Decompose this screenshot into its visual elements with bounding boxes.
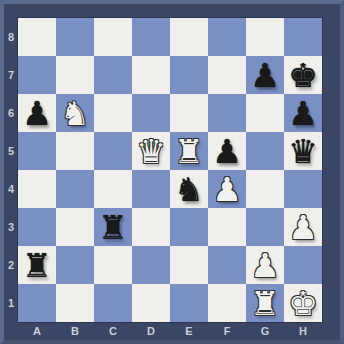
square-b5[interactable] xyxy=(56,132,94,170)
square-c5[interactable] xyxy=(94,132,132,170)
square-h1[interactable]: ♚ xyxy=(284,284,322,322)
piece-white-rook[interactable]: ♜ xyxy=(174,135,204,168)
square-b1[interactable] xyxy=(56,284,94,322)
square-g5[interactable] xyxy=(246,132,284,170)
piece-black-rook[interactable]: ♜ xyxy=(98,211,128,244)
piece-white-pawn[interactable]: ♟ xyxy=(250,249,280,282)
rank-label-8: 8 xyxy=(4,18,18,56)
file-label-f: F xyxy=(208,322,246,340)
square-b3[interactable] xyxy=(56,208,94,246)
rank-label-6: 6 xyxy=(4,94,18,132)
square-g1[interactable]: ♜ xyxy=(246,284,284,322)
square-e1[interactable] xyxy=(170,284,208,322)
rank-label-3: 3 xyxy=(4,208,18,246)
rank-label-4: 4 xyxy=(4,170,18,208)
square-g2[interactable]: ♟ xyxy=(246,246,284,284)
file-label-a: A xyxy=(18,322,56,340)
square-e5[interactable]: ♜ xyxy=(170,132,208,170)
file-labels: ABCDEFGH xyxy=(18,322,322,340)
square-d1[interactable] xyxy=(132,284,170,322)
piece-white-knight[interactable]: ♞ xyxy=(60,97,90,130)
square-d2[interactable] xyxy=(132,246,170,284)
square-a6[interactable]: ♟ xyxy=(18,94,56,132)
square-h2[interactable] xyxy=(284,246,322,284)
square-c6[interactable] xyxy=(94,94,132,132)
square-c7[interactable] xyxy=(94,56,132,94)
piece-black-rook[interactable]: ♜ xyxy=(22,249,52,282)
piece-black-knight[interactable]: ♞ xyxy=(174,173,204,206)
square-a8[interactable] xyxy=(18,18,56,56)
rank-label-1: 1 xyxy=(4,284,18,322)
piece-black-pawn[interactable]: ♟ xyxy=(288,97,318,130)
square-f5[interactable]: ♟ xyxy=(208,132,246,170)
square-c1[interactable] xyxy=(94,284,132,322)
square-h6[interactable]: ♟ xyxy=(284,94,322,132)
piece-white-rook[interactable]: ♜ xyxy=(250,287,280,320)
square-c3[interactable]: ♜ xyxy=(94,208,132,246)
square-d7[interactable] xyxy=(132,56,170,94)
square-e8[interactable] xyxy=(170,18,208,56)
square-a3[interactable] xyxy=(18,208,56,246)
square-e4[interactable]: ♞ xyxy=(170,170,208,208)
piece-black-pawn[interactable]: ♟ xyxy=(212,135,242,168)
square-f2[interactable] xyxy=(208,246,246,284)
file-label-c: C xyxy=(94,322,132,340)
square-d3[interactable] xyxy=(132,208,170,246)
file-label-h: H xyxy=(284,322,322,340)
square-f6[interactable] xyxy=(208,94,246,132)
chess-board-frame: 87654321 ♟♚♟♞♟♛♜♟♛♞♟♜♟♜♟♜♚ ABCDEFGH xyxy=(0,0,344,344)
square-b8[interactable] xyxy=(56,18,94,56)
square-f3[interactable] xyxy=(208,208,246,246)
square-h5[interactable]: ♛ xyxy=(284,132,322,170)
square-h7[interactable]: ♚ xyxy=(284,56,322,94)
square-f7[interactable] xyxy=(208,56,246,94)
file-label-e: E xyxy=(170,322,208,340)
square-d8[interactable] xyxy=(132,18,170,56)
piece-white-king[interactable]: ♚ xyxy=(288,287,318,320)
square-d4[interactable] xyxy=(132,170,170,208)
square-c4[interactable] xyxy=(94,170,132,208)
square-a7[interactable] xyxy=(18,56,56,94)
square-g4[interactable] xyxy=(246,170,284,208)
square-g6[interactable] xyxy=(246,94,284,132)
square-f8[interactable] xyxy=(208,18,246,56)
square-c2[interactable] xyxy=(94,246,132,284)
square-f4[interactable]: ♟ xyxy=(208,170,246,208)
square-h3[interactable]: ♟ xyxy=(284,208,322,246)
square-h8[interactable] xyxy=(284,18,322,56)
square-f1[interactable] xyxy=(208,284,246,322)
piece-white-pawn[interactable]: ♟ xyxy=(288,211,318,244)
square-a4[interactable] xyxy=(18,170,56,208)
rank-label-2: 2 xyxy=(4,246,18,284)
file-label-b: B xyxy=(56,322,94,340)
square-g3[interactable] xyxy=(246,208,284,246)
square-b7[interactable] xyxy=(56,56,94,94)
chess-board: ♟♚♟♞♟♛♜♟♛♞♟♜♟♜♟♜♚ xyxy=(18,18,322,322)
piece-white-pawn[interactable]: ♟ xyxy=(212,173,242,206)
square-e7[interactable] xyxy=(170,56,208,94)
rank-label-7: 7 xyxy=(4,56,18,94)
square-e3[interactable] xyxy=(170,208,208,246)
square-h4[interactable] xyxy=(284,170,322,208)
square-d6[interactable] xyxy=(132,94,170,132)
square-d5[interactable]: ♛ xyxy=(132,132,170,170)
square-g8[interactable] xyxy=(246,18,284,56)
square-g7[interactable]: ♟ xyxy=(246,56,284,94)
square-b6[interactable]: ♞ xyxy=(56,94,94,132)
file-label-g: G xyxy=(246,322,284,340)
file-label-d: D xyxy=(132,322,170,340)
square-e2[interactable] xyxy=(170,246,208,284)
square-b4[interactable] xyxy=(56,170,94,208)
square-a1[interactable] xyxy=(18,284,56,322)
rank-label-5: 5 xyxy=(4,132,18,170)
piece-white-queen[interactable]: ♛ xyxy=(136,135,166,168)
square-a5[interactable] xyxy=(18,132,56,170)
piece-black-pawn[interactable]: ♟ xyxy=(250,59,280,92)
piece-black-king[interactable]: ♚ xyxy=(288,59,318,92)
square-e6[interactable] xyxy=(170,94,208,132)
square-b2[interactable] xyxy=(56,246,94,284)
piece-black-queen[interactable]: ♛ xyxy=(288,135,318,168)
square-a2[interactable]: ♜ xyxy=(18,246,56,284)
rank-labels: 87654321 xyxy=(4,18,18,322)
piece-black-pawn[interactable]: ♟ xyxy=(22,97,52,130)
square-c8[interactable] xyxy=(94,18,132,56)
